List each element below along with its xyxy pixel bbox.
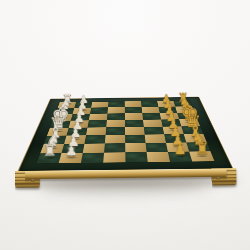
square-c6 xyxy=(145,134,166,143)
square-b5 xyxy=(125,143,146,152)
chess-board: ♜♟♟♜♞♟♟♞♝♟♟♝♚♟♟♚♛♟♟♛♝♟♟♝♞♟♟♞♜♜♟♟♟♟♜♜ xyxy=(18,97,234,171)
square-b3 xyxy=(83,143,105,152)
square-c3 xyxy=(84,135,105,144)
product-photo: ♜♟♟♜♞♟♟♞♝♟♟♝♚♟♟♚♛♟♟♛♝♟♟♝♞♟♟♞♜♜♟♟♟♟♜♜ xyxy=(0,0,250,250)
front-frame-rail xyxy=(25,169,227,179)
square-a5 xyxy=(125,152,147,162)
square-a4 xyxy=(103,152,125,162)
square-b6 xyxy=(146,143,168,152)
square-a3 xyxy=(81,153,104,163)
scene-wrapper: ♜♟♟♜♞♟♟♞♝♟♟♝♚♟♟♚♛♟♟♛♝♟♟♝♞♟♟♞♜♜♟♟♟♟♜♜ xyxy=(0,0,250,250)
square-b4 xyxy=(104,143,125,152)
perspective-scene: ♜♟♟♜♞♟♟♞♝♟♟♝♚♟♟♚♛♟♟♛♝♟♟♝♞♟♟♞♜♜♟♟♟♟♜♜ xyxy=(0,0,250,250)
square-c4 xyxy=(105,135,125,144)
square-a6 xyxy=(147,152,170,162)
square-c5 xyxy=(125,135,145,144)
